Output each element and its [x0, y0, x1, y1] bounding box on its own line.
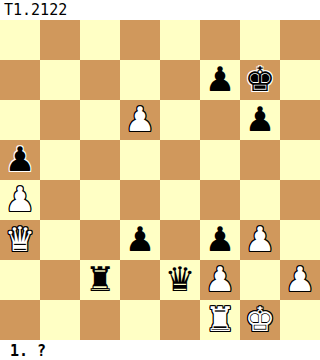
square-g3[interactable]: ♟	[240, 220, 280, 260]
piece-white-rook: ♜	[205, 300, 235, 339]
square-e5[interactable]	[160, 140, 200, 180]
square-b4[interactable]	[40, 180, 80, 220]
square-g1[interactable]: ♚	[240, 300, 280, 340]
square-d3[interactable]: ♟	[120, 220, 160, 260]
square-c3[interactable]	[80, 220, 120, 260]
square-h6[interactable]	[280, 100, 320, 140]
chess-board: ♟♚♟♟♟♟♛♟♟♟♜♛♟♟♜♚	[0, 20, 320, 340]
piece-white-pawn: ♟	[245, 220, 275, 259]
square-a2[interactable]	[0, 260, 40, 300]
square-g2[interactable]	[240, 260, 280, 300]
square-h5[interactable]	[280, 140, 320, 180]
square-h3[interactable]	[280, 220, 320, 260]
square-c6[interactable]	[80, 100, 120, 140]
square-d2[interactable]	[120, 260, 160, 300]
piece-black-pawn: ♟	[205, 60, 235, 99]
square-b1[interactable]	[40, 300, 80, 340]
square-f8[interactable]	[200, 20, 240, 60]
square-e1[interactable]	[160, 300, 200, 340]
piece-white-pawn: ♟	[205, 260, 235, 299]
piece-black-pawn: ♟	[245, 100, 275, 139]
piece-white-queen: ♛	[5, 220, 35, 259]
square-g8[interactable]	[240, 20, 280, 60]
square-e4[interactable]	[160, 180, 200, 220]
square-b7[interactable]	[40, 60, 80, 100]
square-h4[interactable]	[280, 180, 320, 220]
square-d8[interactable]	[120, 20, 160, 60]
square-a4[interactable]: ♟	[0, 180, 40, 220]
square-a5[interactable]: ♟	[0, 140, 40, 180]
square-h8[interactable]	[280, 20, 320, 60]
chess-puzzle-app: T1.2122 ♟♚♟♟♟♟♛♟♟♟♜♛♟♟♜♚ 1. ?	[0, 0, 320, 360]
square-c1[interactable]	[80, 300, 120, 340]
piece-black-pawn: ♟	[5, 140, 35, 179]
square-b3[interactable]	[40, 220, 80, 260]
square-e6[interactable]	[160, 100, 200, 140]
square-a8[interactable]	[0, 20, 40, 60]
square-h2[interactable]: ♟	[280, 260, 320, 300]
square-h7[interactable]	[280, 60, 320, 100]
square-d7[interactable]	[120, 60, 160, 100]
square-e7[interactable]	[160, 60, 200, 100]
piece-white-king: ♚	[245, 300, 275, 339]
square-g5[interactable]	[240, 140, 280, 180]
square-d5[interactable]	[120, 140, 160, 180]
square-b2[interactable]	[40, 260, 80, 300]
square-g6[interactable]: ♟	[240, 100, 280, 140]
square-d1[interactable]	[120, 300, 160, 340]
piece-black-rook: ♜	[85, 260, 115, 299]
square-f3[interactable]: ♟	[200, 220, 240, 260]
square-f2[interactable]: ♟	[200, 260, 240, 300]
square-c7[interactable]	[80, 60, 120, 100]
square-b5[interactable]	[40, 140, 80, 180]
square-b8[interactable]	[40, 20, 80, 60]
puzzle-title: T1.2122	[0, 0, 320, 20]
square-e2[interactable]: ♛	[160, 260, 200, 300]
piece-black-queen: ♛	[165, 260, 195, 299]
piece-white-pawn: ♟	[5, 180, 35, 219]
piece-black-king: ♚	[245, 60, 275, 99]
square-e3[interactable]	[160, 220, 200, 260]
square-f5[interactable]	[200, 140, 240, 180]
square-a1[interactable]	[0, 300, 40, 340]
move-prompt: 1. ?	[0, 340, 320, 360]
square-g4[interactable]	[240, 180, 280, 220]
square-a3[interactable]: ♛	[0, 220, 40, 260]
square-f6[interactable]	[200, 100, 240, 140]
piece-white-pawn: ♟	[125, 100, 155, 139]
square-d6[interactable]: ♟	[120, 100, 160, 140]
square-a7[interactable]	[0, 60, 40, 100]
piece-white-pawn: ♟	[285, 260, 315, 299]
piece-black-pawn: ♟	[125, 220, 155, 259]
square-b6[interactable]	[40, 100, 80, 140]
piece-black-pawn: ♟	[205, 220, 235, 259]
square-c2[interactable]: ♜	[80, 260, 120, 300]
square-f7[interactable]: ♟	[200, 60, 240, 100]
square-c4[interactable]	[80, 180, 120, 220]
square-c8[interactable]	[80, 20, 120, 60]
square-g7[interactable]: ♚	[240, 60, 280, 100]
square-a6[interactable]	[0, 100, 40, 140]
square-c5[interactable]	[80, 140, 120, 180]
square-h1[interactable]	[280, 300, 320, 340]
square-f4[interactable]	[200, 180, 240, 220]
square-f1[interactable]: ♜	[200, 300, 240, 340]
square-d4[interactable]	[120, 180, 160, 220]
square-e8[interactable]	[160, 20, 200, 60]
